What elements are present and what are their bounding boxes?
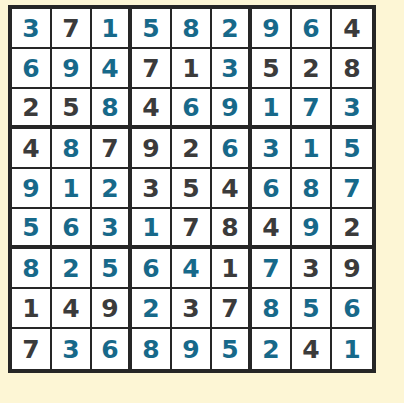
cell-r3c4[interactable]: 4 — [132, 89, 172, 129]
cell-r9c8[interactable]: 4 — [292, 329, 332, 369]
cell-r4c6[interactable]: 6 — [212, 129, 252, 169]
cell-r9c2[interactable]: 3 — [52, 329, 92, 369]
cell-r9c4[interactable]: 8 — [132, 329, 172, 369]
cell-r9c6[interactable]: 5 — [212, 329, 252, 369]
cell-r4c3[interactable]: 7 — [92, 129, 132, 169]
cell-r8c8[interactable]: 5 — [292, 289, 332, 329]
cell-r7c8[interactable]: 3 — [292, 249, 332, 289]
cell-r2c9[interactable]: 8 — [332, 49, 372, 89]
cell-r3c6[interactable]: 9 — [212, 89, 252, 129]
cell-r6c4[interactable]: 1 — [132, 209, 172, 249]
cell-r8c5[interactable]: 3 — [172, 289, 212, 329]
cell-r7c9[interactable]: 9 — [332, 249, 372, 289]
cell-r2c3[interactable]: 4 — [92, 49, 132, 89]
cell-r8c1[interactable]: 1 — [12, 289, 52, 329]
cell-r6c9[interactable]: 2 — [332, 209, 372, 249]
cell-r3c3[interactable]: 8 — [92, 89, 132, 129]
cell-r3c5[interactable]: 6 — [172, 89, 212, 129]
cell-r2c2[interactable]: 9 — [52, 49, 92, 89]
cell-r1c7[interactable]: 9 — [252, 9, 292, 49]
cell-r7c4[interactable]: 6 — [132, 249, 172, 289]
cell-r6c1[interactable]: 5 — [12, 209, 52, 249]
cell-r5c1[interactable]: 9 — [12, 169, 52, 209]
cell-r8c6[interactable]: 7 — [212, 289, 252, 329]
cell-r5c5[interactable]: 5 — [172, 169, 212, 209]
cell-r2c6[interactable]: 3 — [212, 49, 252, 89]
cell-r7c3[interactable]: 5 — [92, 249, 132, 289]
cell-r4c5[interactable]: 2 — [172, 129, 212, 169]
cell-r3c7[interactable]: 1 — [252, 89, 292, 129]
cell-r5c3[interactable]: 2 — [92, 169, 132, 209]
cell-r1c5[interactable]: 8 — [172, 9, 212, 49]
cell-r3c1[interactable]: 2 — [12, 89, 52, 129]
cell-r9c5[interactable]: 9 — [172, 329, 212, 369]
cell-r4c9[interactable]: 5 — [332, 129, 372, 169]
cell-r2c5[interactable]: 1 — [172, 49, 212, 89]
cell-r8c2[interactable]: 4 — [52, 289, 92, 329]
cell-r7c5[interactable]: 4 — [172, 249, 212, 289]
cell-r8c7[interactable]: 8 — [252, 289, 292, 329]
cell-r5c2[interactable]: 1 — [52, 169, 92, 209]
cell-r8c4[interactable]: 2 — [132, 289, 172, 329]
cell-r5c7[interactable]: 6 — [252, 169, 292, 209]
cell-r1c3[interactable]: 1 — [92, 9, 132, 49]
cell-r1c4[interactable]: 5 — [132, 9, 172, 49]
cell-r6c5[interactable]: 7 — [172, 209, 212, 249]
cell-r9c3[interactable]: 6 — [92, 329, 132, 369]
cell-r7c1[interactable]: 8 — [12, 249, 52, 289]
cell-r5c8[interactable]: 8 — [292, 169, 332, 209]
cell-r2c7[interactable]: 5 — [252, 49, 292, 89]
cell-r5c6[interactable]: 4 — [212, 169, 252, 209]
cell-r7c7[interactable]: 7 — [252, 249, 292, 289]
cell-r5c4[interactable]: 3 — [132, 169, 172, 209]
cell-r9c1[interactable]: 7 — [12, 329, 52, 369]
cell-r6c6[interactable]: 8 — [212, 209, 252, 249]
cell-r6c7[interactable]: 4 — [252, 209, 292, 249]
cell-r1c8[interactable]: 6 — [292, 9, 332, 49]
cell-r6c8[interactable]: 9 — [292, 209, 332, 249]
cell-r1c9[interactable]: 4 — [332, 9, 372, 49]
cell-r7c2[interactable]: 2 — [52, 249, 92, 289]
cell-r2c1[interactable]: 6 — [12, 49, 52, 89]
cell-r5c9[interactable]: 7 — [332, 169, 372, 209]
cell-r3c2[interactable]: 5 — [52, 89, 92, 129]
cell-r4c1[interactable]: 4 — [12, 129, 52, 169]
cell-r1c6[interactable]: 2 — [212, 9, 252, 49]
cell-r6c2[interactable]: 6 — [52, 209, 92, 249]
cell-r2c4[interactable]: 7 — [132, 49, 172, 89]
cell-r2c8[interactable]: 2 — [292, 49, 332, 89]
cell-r8c3[interactable]: 9 — [92, 289, 132, 329]
cell-r1c2[interactable]: 7 — [52, 9, 92, 49]
cell-r3c8[interactable]: 7 — [292, 89, 332, 129]
cell-r9c7[interactable]: 2 — [252, 329, 292, 369]
cell-r4c2[interactable]: 8 — [52, 129, 92, 169]
cell-r3c9[interactable]: 3 — [332, 89, 372, 129]
cell-r7c6[interactable]: 1 — [212, 249, 252, 289]
cell-r4c7[interactable]: 3 — [252, 129, 292, 169]
cell-r6c3[interactable]: 3 — [92, 209, 132, 249]
sudoku-board: 3715829646947135282584691734879263159123… — [8, 5, 376, 373]
cell-r4c8[interactable]: 1 — [292, 129, 332, 169]
cell-r8c9[interactable]: 6 — [332, 289, 372, 329]
cell-r1c1[interactable]: 3 — [12, 9, 52, 49]
cell-r9c9[interactable]: 1 — [332, 329, 372, 369]
cell-r4c4[interactable]: 9 — [132, 129, 172, 169]
